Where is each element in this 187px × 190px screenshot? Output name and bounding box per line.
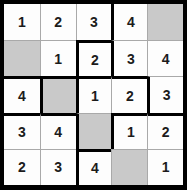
cell-number: 1 (18, 15, 26, 29)
cell-number: 2 (126, 89, 134, 103)
cell-r4c1[interactable]: 3 (4, 113, 40, 149)
cell-number: 4 (91, 161, 99, 175)
cell-r3c2[interactable] (40, 76, 76, 112)
cell-r3c4[interactable]: 2 (111, 76, 147, 112)
cell-number: 3 (54, 160, 62, 174)
cell-r4c2[interactable]: 4 (40, 113, 76, 149)
cell-number: 4 (18, 89, 26, 103)
cell-r2c5[interactable]: 4 (147, 40, 183, 76)
cell-r3c5[interactable]: 3 (147, 76, 183, 112)
cell-number: 4 (127, 15, 135, 29)
cell-r2c1[interactable] (4, 40, 40, 76)
cell-r5c2[interactable]: 3 (40, 149, 76, 185)
cell-r3c3[interactable]: 1 (76, 76, 112, 112)
cell-number: 1 (162, 160, 170, 174)
cell-number: 3 (18, 125, 26, 139)
cell-r5c1[interactable]: 2 (4, 149, 40, 185)
cell-r4c3[interactable] (76, 113, 112, 149)
cell-r1c3[interactable]: 3 (76, 4, 112, 40)
cell-number: 2 (54, 15, 62, 29)
cell-r2c4[interactable]: 3 (111, 40, 147, 76)
cell-number: 2 (162, 125, 170, 139)
cell-number: 1 (91, 89, 99, 103)
cell-r5c5[interactable]: 1 (147, 149, 183, 185)
cell-r5c3[interactable]: 4 (76, 149, 112, 185)
cell-r4c5[interactable]: 2 (147, 113, 183, 149)
puzzle-board: 12341234412334122341 (0, 0, 187, 190)
cell-number: 4 (54, 125, 62, 139)
cell-r5c4[interactable] (111, 149, 147, 185)
cell-r4c4[interactable]: 1 (111, 113, 147, 149)
cell-r1c2[interactable]: 2 (40, 4, 76, 40)
cell-r1c4[interactable]: 4 (111, 4, 147, 40)
cell-r3c1[interactable]: 4 (4, 76, 40, 112)
cell-r2c2[interactable]: 1 (40, 40, 76, 76)
cell-number: 3 (163, 88, 171, 102)
cell-number: 1 (54, 52, 62, 66)
cell-r2c3[interactable]: 2 (76, 40, 112, 76)
cell-r1c5[interactable] (147, 4, 183, 40)
cell-number: 3 (90, 15, 98, 29)
cell-number: 4 (162, 52, 170, 66)
cell-number: 2 (91, 53, 99, 67)
cell-number: 1 (127, 125, 135, 139)
cell-number: 3 (127, 52, 135, 66)
cell-number: 2 (18, 160, 26, 174)
cell-r1c1[interactable]: 1 (4, 4, 40, 40)
